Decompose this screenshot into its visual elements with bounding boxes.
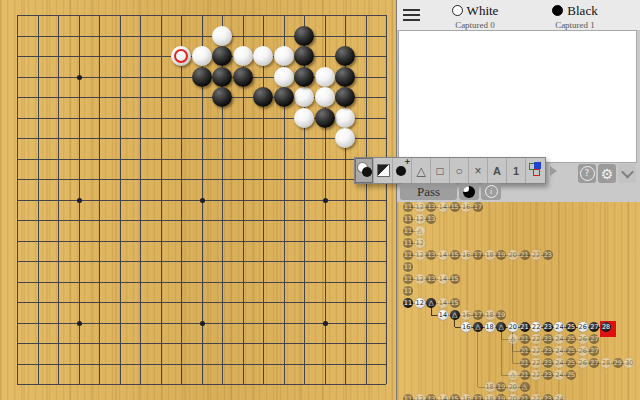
tree-node-white[interactable]: 18 [485, 382, 495, 392]
grid-line-horizontal [17, 282, 386, 283]
grid-line-vertical [263, 15, 264, 384]
tree-node-black[interactable]: 27 [589, 334, 599, 344]
letter-tool-glyph: A [493, 165, 501, 177]
red-square-icon [533, 169, 540, 176]
go-stone-white[interactable] [335, 108, 355, 128]
tree-node-black[interactable]: 19 [496, 250, 506, 260]
stone-edit-tool-button[interactable]: + [393, 158, 412, 183]
tree-node-white[interactable]: 28 [601, 358, 611, 368]
tree-node-white[interactable]: 12 [415, 202, 425, 212]
tree-node-black[interactable]: 11 [403, 286, 413, 296]
tree-node-white[interactable]: 16 [461, 202, 471, 212]
tree-node-black[interactable]: 17 [473, 310, 483, 320]
white-stone-icon [452, 5, 463, 16]
settings-gear-button[interactable]: ⚙ [598, 164, 616, 183]
grid-line-vertical [386, 15, 387, 384]
tree-node-black[interactable]: 17 [473, 394, 483, 400]
tree-node-white[interactable]: 20 [508, 250, 518, 260]
go-stone-black[interactable] [294, 46, 314, 66]
go-stone-black[interactable] [294, 26, 314, 46]
tree-node-black[interactable]: 13 [426, 274, 436, 284]
tree-node-black[interactable]: 29 [613, 358, 623, 368]
tree-node-white[interactable]: 22 [531, 334, 541, 344]
tree-node-black[interactable]: 11 [403, 274, 413, 284]
tree-node-black[interactable]: 13 [426, 250, 436, 260]
go-stone-white[interactable] [212, 26, 232, 46]
tree-node-pass[interactable]: △ [496, 322, 506, 332]
go-stone-white[interactable] [274, 46, 294, 66]
tree-connector-line [512, 327, 513, 363]
grid-line-horizontal [17, 220, 386, 221]
tree-node-black[interactable]: 15 [450, 250, 460, 260]
tree-node-white[interactable]: 16 [461, 250, 471, 260]
hamburger-menu-icon[interactable] [403, 9, 420, 21]
tree-node-black[interactable]: 25 [566, 346, 576, 356]
tree-node-pass[interactable]: △ [415, 226, 425, 236]
tree-node-white[interactable]: 22 [531, 250, 541, 260]
tree-node-black[interactable]: 15 [450, 202, 460, 212]
grid-line-vertical [366, 15, 367, 384]
tree-node-black[interactable]: 13 [426, 394, 436, 400]
go-stone-black[interactable] [294, 67, 314, 87]
circle-tool-glyph: ○ [455, 164, 462, 178]
tree-node-white[interactable]: 12 [415, 298, 425, 308]
star-point [77, 198, 82, 203]
black-captured-count: Captured 1 [525, 20, 625, 30]
tree-node-white[interactable]: 12 [415, 214, 425, 224]
go-stone-white[interactable] [315, 87, 335, 107]
tree-node-white[interactable]: 24 [554, 394, 564, 400]
turn-stone-icon [463, 186, 475, 198]
tree-node-white[interactable]: 22 [531, 322, 541, 332]
tree-node-black[interactable]: 19 [496, 382, 506, 392]
tree-node-black[interactable]: 25 [566, 334, 576, 344]
tree-node-black[interactable]: 11 [403, 262, 413, 272]
tree-node-pass[interactable]: △ [508, 370, 518, 380]
tree-node-black[interactable]: 11 [403, 214, 413, 224]
tree-node-black[interactable]: 23 [543, 250, 553, 260]
triangle-tool-glyph: △ [416, 164, 425, 178]
tree-node-white[interactable]: 12 [415, 394, 425, 400]
tree-node-black[interactable]: 11 [403, 394, 413, 400]
tree-node-black[interactable]: 21 [520, 250, 530, 260]
tree-node-white[interactable]: 30 [624, 358, 634, 368]
grid-line-horizontal [17, 302, 386, 303]
blue-square-icon [534, 162, 541, 169]
go-stone-white[interactable] [253, 46, 273, 66]
tree-node-black[interactable]: 23 [543, 346, 553, 356]
tree-node-pass[interactable]: △ [426, 298, 436, 308]
black-capture-info: Black Captured 1 [525, 3, 625, 30]
tree-node-white[interactable]: 14 [438, 274, 448, 284]
white-captured-count: Captured 0 [425, 20, 525, 30]
tree-node-white[interactable]: 24 [554, 334, 564, 344]
tree-node-white[interactable]: 14 [438, 298, 448, 308]
grid-line-horizontal [17, 241, 386, 242]
last-move-circle-marker [174, 49, 188, 63]
tree-node-black[interactable]: 21 [520, 394, 530, 400]
info-icon: i [485, 185, 498, 198]
tree-node-black[interactable]: 23 [543, 334, 553, 344]
tree-node-white[interactable]: 24 [554, 370, 564, 380]
go-stone-black[interactable] [274, 87, 294, 107]
tree-node-white[interactable]: 14 [438, 394, 448, 400]
stone-icon [396, 166, 406, 176]
toolbar-pointer-icon [550, 166, 557, 176]
white-capture-info: White Captured 0 [425, 3, 525, 30]
go-stone-black[interactable] [253, 87, 273, 107]
star-point [200, 198, 205, 203]
tree-node-black[interactable]: 23 [543, 370, 553, 380]
plus-icon: + [405, 157, 410, 167]
tree-node-pass[interactable]: △ [450, 310, 460, 320]
black-stone-icon [552, 5, 563, 16]
tree-node-white[interactable]: 18 [485, 250, 495, 260]
board-color-tool-button[interactable] [374, 158, 393, 183]
tree-node-white[interactable]: 20 [508, 394, 518, 400]
comment-box[interactable] [398, 30, 637, 163]
go-stone-black[interactable] [335, 67, 355, 87]
tree-node-white[interactable]: 22 [531, 394, 541, 400]
go-stone-white[interactable] [294, 87, 314, 107]
go-stone-black[interactable] [212, 87, 232, 107]
tree-node-black[interactable]: 23 [543, 394, 553, 400]
tree-node-white[interactable]: 22 [531, 358, 541, 368]
go-stone-black[interactable] [192, 67, 212, 87]
tree-node-white[interactable]: 16 [461, 310, 471, 320]
goban[interactable] [0, 0, 397, 400]
go-stone-black[interactable] [233, 67, 253, 87]
tree-node-black[interactable]: 11 [403, 226, 413, 236]
tree-node-black[interactable]: 25 [566, 322, 576, 332]
tree-node-black[interactable]: 21 [520, 370, 530, 380]
tree-node-black[interactable]: 19 [496, 310, 506, 320]
tree-node-black[interactable]: 19 [496, 394, 506, 400]
panel-header: White Captured 0 Black Captured 1 [397, 0, 640, 30]
tree-node-pass[interactable]: △ [508, 334, 518, 344]
tree-node-white[interactable]: 12 [415, 238, 425, 248]
star-point [77, 321, 82, 326]
tree-node-black[interactable]: 23 [543, 322, 553, 332]
star-point [77, 75, 82, 80]
markup-toolbar: +△□○×A1 [354, 157, 546, 184]
star-point [323, 198, 328, 203]
triangle-tool-button[interactable]: △ [412, 158, 431, 183]
tree-node-white[interactable]: 26 [578, 322, 588, 332]
game-tree[interactable]: 1112131415161711121311△11121112131415161… [397, 202, 640, 400]
tree-node-black[interactable]: 11 [403, 250, 413, 260]
grid-line-horizontal [17, 343, 386, 344]
tree-node-white[interactable]: 16 [461, 394, 471, 400]
tree-node-white[interactable]: 18 [485, 394, 495, 400]
tree-node-black[interactable]: 27 [589, 322, 599, 332]
go-stone-black[interactable] [212, 46, 232, 66]
grid-line-horizontal [17, 261, 386, 262]
tree-node-black[interactable]: 11 [403, 202, 413, 212]
tree-node-black[interactable]: 17 [473, 250, 483, 260]
play-tool-button[interactable] [355, 158, 374, 183]
go-stone-black[interactable] [212, 67, 232, 87]
tree-node-black[interactable]: 15 [450, 298, 460, 308]
tree-node-white[interactable]: 14 [438, 202, 448, 212]
tree-node-black[interactable]: 23 [543, 358, 553, 368]
tree-node-black[interactable]: 27 [589, 346, 599, 356]
tree-node-white[interactable]: 22 [531, 346, 541, 356]
go-stone-white[interactable] [192, 46, 212, 66]
tree-node-white[interactable]: 20 [508, 322, 518, 332]
tree-node-white[interactable]: 24 [554, 346, 564, 356]
gear-icon: ⚙ [601, 166, 614, 182]
number-tool-button[interactable]: 1 [507, 158, 526, 183]
tree-node-white[interactable]: 12 [415, 250, 425, 260]
grid-line-horizontal [17, 384, 386, 385]
square-tool-glyph: □ [436, 164, 443, 178]
tree-node-white[interactable]: 14 [438, 310, 448, 320]
tree-node-pass[interactable]: △ [520, 382, 530, 392]
tree-connector-line [501, 327, 502, 375]
collapse-chevron-button[interactable] [618, 164, 636, 183]
chevron-down-icon [621, 166, 634, 179]
help-button[interactable]: ? [578, 164, 596, 183]
tree-node-white[interactable]: 18 [485, 322, 495, 332]
go-stone-white[interactable] [315, 67, 335, 87]
tree-node-black[interactable]: 21 [520, 358, 530, 368]
tree-node-black[interactable]: 21 [520, 322, 530, 332]
tree-node-black[interactable]: 25 [566, 358, 576, 368]
tree-node-white[interactable]: 26 [578, 346, 588, 356]
tree-node-white[interactable]: 12 [415, 274, 425, 284]
tree-node-black[interactable]: 13 [426, 202, 436, 212]
cross-tool-button[interactable]: × [469, 158, 488, 183]
go-editor-app: White Captured 0 Black Captured 1 111213… [0, 0, 640, 400]
black-stone-icon [362, 167, 372, 177]
tree-node-black[interactable]: 13 [426, 214, 436, 224]
tree-node-white[interactable]: 26 [578, 334, 588, 344]
black-white-square-icon [378, 165, 389, 176]
tree-node-white[interactable]: 24 [554, 358, 564, 368]
tree-node-black[interactable]: 27 [589, 358, 599, 368]
tree-node-black[interactable]: 17 [473, 202, 483, 212]
tree-node-black[interactable]: 21 [520, 346, 530, 356]
tree-node-white[interactable]: 26 [578, 358, 588, 368]
go-stone-black[interactable] [315, 108, 335, 128]
go-stone-black[interactable] [335, 46, 355, 66]
tree-node-black[interactable]: 25 [566, 370, 576, 380]
tree-node-white[interactable]: 16 [461, 322, 471, 332]
square-tool-button[interactable]: □ [431, 158, 450, 183]
tree-connector-line [477, 327, 478, 387]
tree-node-white[interactable]: 20 [508, 382, 518, 392]
tree-node-black[interactable]: 11 [403, 238, 413, 248]
go-stone-white[interactable] [294, 108, 314, 128]
tree-node-black[interactable]: 21 [520, 334, 530, 344]
white-player-label: White [425, 3, 525, 19]
tree-node-white[interactable]: 18 [485, 310, 495, 320]
number-tool-glyph: 1 [513, 165, 519, 177]
tree-node-black[interactable]: 11 [403, 298, 413, 308]
clipboard-tool-button[interactable] [526, 158, 545, 183]
tree-node-white[interactable]: 22 [531, 370, 541, 380]
tree-node-black[interactable]: 28 [601, 322, 611, 332]
turn-color-button[interactable] [459, 183, 479, 200]
black-player-label: Black [525, 3, 625, 19]
tree-node-white[interactable]: 24 [554, 322, 564, 332]
letter-tool-button[interactable]: A [488, 158, 507, 183]
pass-button[interactable]: Pass [400, 183, 457, 200]
grid-line-horizontal [17, 364, 386, 365]
tree-node-black[interactable]: 15 [450, 394, 460, 400]
go-stone-white[interactable] [274, 67, 294, 87]
game-info-button[interactable]: i [481, 183, 501, 200]
go-stone-black[interactable] [335, 87, 355, 107]
go-stone-white[interactable] [335, 128, 355, 148]
star-point [200, 321, 205, 326]
circle-tool-button[interactable]: ○ [450, 158, 469, 183]
tree-node-black[interactable]: 15 [450, 274, 460, 284]
tree-node-white[interactable]: 14 [438, 250, 448, 260]
go-stone-white[interactable] [233, 46, 253, 66]
tree-node-pass[interactable]: △ [473, 322, 483, 332]
cross-tool-glyph: × [474, 164, 481, 178]
star-point [323, 321, 328, 326]
